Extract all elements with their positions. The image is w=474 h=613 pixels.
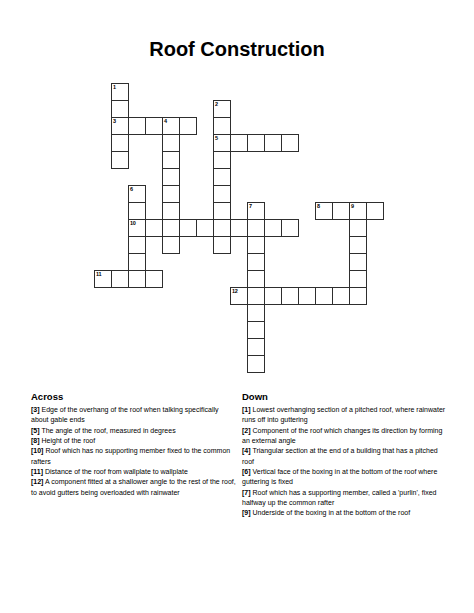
- grid-cell[interactable]: [213, 168, 231, 186]
- clue-number: 5: [215, 135, 218, 142]
- grid-cell[interactable]: 4: [162, 117, 180, 135]
- clue-item-number: [5]: [31, 427, 40, 434]
- grid-cell[interactable]: [128, 253, 146, 271]
- clue-item: [10] Roof which has no supporting member…: [31, 446, 237, 467]
- grid-cell[interactable]: [349, 270, 367, 288]
- grid-cell[interactable]: [230, 219, 248, 237]
- grid-cell[interactable]: [247, 304, 265, 322]
- grid-cell[interactable]: [247, 355, 265, 373]
- grid-cell[interactable]: 1: [111, 83, 129, 101]
- clue-item: [7] Roof which has a supporting member, …: [242, 488, 447, 509]
- clue-number: 10: [130, 220, 136, 227]
- grid-cell[interactable]: [247, 219, 265, 237]
- clue-number: 1: [113, 84, 116, 91]
- grid-cell[interactable]: 9: [349, 202, 367, 220]
- grid-cell[interactable]: [145, 117, 163, 135]
- grid-cell[interactable]: [213, 151, 231, 169]
- grid-cell[interactable]: [213, 202, 231, 220]
- grid-cell[interactable]: [281, 219, 299, 237]
- grid-cell[interactable]: [264, 219, 282, 237]
- clue-item-number: [11]: [31, 468, 43, 475]
- clue-item: [5] The angle of the roof, measured in d…: [31, 426, 237, 436]
- grid-cell[interactable]: [332, 202, 350, 220]
- grid-cell[interactable]: [349, 253, 367, 271]
- grid-cell[interactable]: [213, 117, 231, 135]
- grid-cell[interactable]: [128, 236, 146, 254]
- grid-cell[interactable]: [247, 321, 265, 339]
- grid-cell[interactable]: [213, 236, 231, 254]
- clue-item-number: [2]: [242, 427, 251, 434]
- across-clues-section: Across [3] Edge of the overhang of the r…: [31, 391, 237, 498]
- grid-cell[interactable]: 11: [94, 270, 112, 288]
- grid-cell[interactable]: [128, 202, 146, 220]
- grid-cell[interactable]: [162, 134, 180, 152]
- grid-cell[interactable]: [281, 134, 299, 152]
- clue-item: [9] Underside of the boxing in at the bo…: [242, 508, 447, 518]
- grid-cell[interactable]: 10: [128, 219, 146, 237]
- grid-cell[interactable]: [247, 270, 265, 288]
- clue-item: [11] Distance of the roof from wallplate…: [31, 467, 237, 477]
- clue-item-number: [3]: [31, 406, 40, 413]
- grid-cell[interactable]: [281, 287, 299, 305]
- clue-number: 9: [351, 203, 354, 210]
- grid-cell[interactable]: [162, 236, 180, 254]
- grid-cell[interactable]: [196, 219, 214, 237]
- clue-number: 12: [232, 288, 238, 295]
- grid-cell[interactable]: [332, 287, 350, 305]
- clue-number: 4: [164, 118, 167, 125]
- grid-cell[interactable]: [213, 185, 231, 203]
- grid-cell[interactable]: 6: [128, 185, 146, 203]
- clue-number: 2: [215, 101, 218, 108]
- grid-cell[interactable]: [247, 236, 265, 254]
- grid-cell[interactable]: 12: [230, 287, 248, 305]
- down-header: Down: [242, 391, 447, 402]
- clue-item: [6] Vertical face of the boxing in at th…: [242, 467, 447, 488]
- grid-cell[interactable]: [179, 117, 197, 135]
- clue-number: 6: [130, 186, 133, 193]
- clue-item-number: [12]: [31, 478, 43, 485]
- grid-cell[interactable]: [111, 270, 129, 288]
- across-header: Across: [31, 391, 237, 402]
- grid-cell[interactable]: [162, 168, 180, 186]
- grid-cell[interactable]: [315, 287, 333, 305]
- grid-cell[interactable]: [162, 202, 180, 220]
- grid-cell[interactable]: [264, 287, 282, 305]
- grid-cell[interactable]: [366, 202, 384, 220]
- clue-item: [3] Edge of the overhang of the roof whe…: [31, 405, 237, 426]
- clue-item-number: [10]: [31, 447, 43, 454]
- clue-item-number: [8]: [31, 437, 40, 444]
- grid-cell[interactable]: [111, 151, 129, 169]
- grid-cell[interactable]: [247, 338, 265, 356]
- clue-item-number: [4]: [242, 447, 251, 454]
- down-clues-section: Down [1] Lowest overhanging section of a…: [242, 391, 447, 519]
- grid-cell[interactable]: [247, 287, 265, 305]
- clue-item-number: [1]: [242, 406, 251, 413]
- clue-item: [4] Triangular section at the end of a b…: [242, 446, 447, 467]
- grid-cell[interactable]: [162, 151, 180, 169]
- grid-cell[interactable]: [145, 270, 163, 288]
- clue-number: 11: [96, 271, 101, 278]
- grid-cell[interactable]: [264, 134, 282, 152]
- clue-item: [12] A component fitted at a shallower a…: [31, 477, 237, 498]
- grid-cell[interactable]: [349, 236, 367, 254]
- grid-cell[interactable]: 2: [213, 100, 231, 118]
- grid-cell[interactable]: 3: [111, 117, 129, 135]
- grid-cell[interactable]: 7: [247, 202, 265, 220]
- grid-cell[interactable]: [247, 134, 265, 152]
- clue-number: 7: [249, 203, 252, 210]
- clue-item: [8] Height of the roof: [31, 436, 237, 446]
- grid-cell[interactable]: 8: [315, 202, 333, 220]
- crossword-grid: 123456789101112: [94, 83, 386, 375]
- grid-cell[interactable]: [298, 287, 316, 305]
- puzzle-title: Roof Construction: [0, 38, 474, 61]
- clue-item: [2] Component of the roof which changes …: [242, 426, 447, 447]
- across-clue-list: [3] Edge of the overhang of the roof whe…: [31, 405, 237, 498]
- down-clue-list: [1] Lowest overhanging section of a pitc…: [242, 405, 447, 519]
- grid-cell[interactable]: [349, 219, 367, 237]
- clue-number: 3: [113, 118, 116, 125]
- grid-cell[interactable]: [128, 270, 146, 288]
- page: { "game": "crossword", "title": "Roof Co…: [0, 0, 474, 613]
- grid-cell[interactable]: [111, 134, 129, 152]
- clue-item: [1] Lowest overhanging section of a pitc…: [242, 405, 447, 426]
- grid-cell[interactable]: [349, 287, 367, 305]
- clue-number: 8: [317, 203, 320, 210]
- grid-cell[interactable]: [213, 219, 231, 237]
- clue-item-number: [7]: [242, 489, 251, 496]
- grid-cell[interactable]: [111, 100, 129, 118]
- clue-item-number: [9]: [242, 509, 251, 516]
- grid-cell[interactable]: [179, 219, 197, 237]
- clue-item-number: [6]: [242, 468, 251, 475]
- grid-cell[interactable]: [162, 219, 180, 237]
- grid-cell[interactable]: [145, 219, 163, 237]
- grid-cell[interactable]: 5: [213, 134, 231, 152]
- grid-cell[interactable]: [128, 117, 146, 135]
- grid-cell[interactable]: [247, 253, 265, 271]
- grid-cell[interactable]: [162, 185, 180, 203]
- grid-cell[interactable]: [230, 134, 248, 152]
